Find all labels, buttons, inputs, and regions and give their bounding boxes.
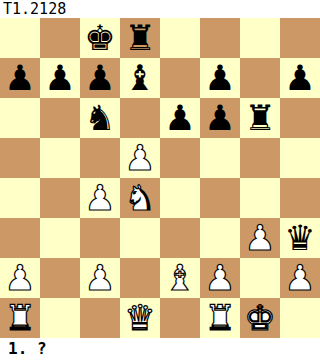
square-d5[interactable]: ♟ <box>120 138 160 178</box>
white-knight[interactable]: ♞ <box>124 178 155 218</box>
square-g3[interactable]: ♟ <box>240 218 280 258</box>
square-d6[interactable] <box>120 98 160 138</box>
square-g2[interactable] <box>240 258 280 298</box>
square-f8[interactable] <box>200 18 240 58</box>
square-h7[interactable]: ♟ <box>280 58 320 98</box>
square-b2[interactable] <box>40 258 80 298</box>
square-g6[interactable]: ♜ <box>240 98 280 138</box>
black-bishop[interactable]: ♝ <box>124 58 155 98</box>
black-pawn[interactable]: ♟ <box>204 98 235 138</box>
square-e8[interactable] <box>160 18 200 58</box>
square-b5[interactable] <box>40 138 80 178</box>
square-g1[interactable]: ♚ <box>240 298 280 338</box>
square-f4[interactable] <box>200 178 240 218</box>
square-c4[interactable]: ♟ <box>80 178 120 218</box>
square-g8[interactable] <box>240 18 280 58</box>
square-f7[interactable]: ♟ <box>200 58 240 98</box>
square-f1[interactable]: ♜ <box>200 298 240 338</box>
square-d3[interactable] <box>120 218 160 258</box>
black-pawn[interactable]: ♟ <box>204 58 235 98</box>
square-e5[interactable] <box>160 138 200 178</box>
square-a8[interactable] <box>0 18 40 58</box>
square-c5[interactable] <box>80 138 120 178</box>
square-h5[interactable] <box>280 138 320 178</box>
square-f2[interactable]: ♟ <box>200 258 240 298</box>
square-a7[interactable]: ♟ <box>0 58 40 98</box>
square-d2[interactable] <box>120 258 160 298</box>
puzzle-id: T1.2128 <box>0 0 320 18</box>
square-a4[interactable] <box>0 178 40 218</box>
black-pawn[interactable]: ♟ <box>84 58 115 98</box>
square-b1[interactable] <box>40 298 80 338</box>
white-rook[interactable]: ♜ <box>204 298 235 338</box>
square-e6[interactable]: ♟ <box>160 98 200 138</box>
square-d8[interactable]: ♜ <box>120 18 160 58</box>
square-h6[interactable] <box>280 98 320 138</box>
black-pawn[interactable]: ♟ <box>4 58 35 98</box>
square-c8[interactable]: ♚ <box>80 18 120 58</box>
square-h4[interactable] <box>280 178 320 218</box>
square-a6[interactable] <box>0 98 40 138</box>
white-pawn[interactable]: ♟ <box>84 178 115 218</box>
square-e1[interactable] <box>160 298 200 338</box>
black-pawn[interactable]: ♟ <box>164 98 195 138</box>
black-rook[interactable]: ♜ <box>124 18 155 58</box>
square-d7[interactable]: ♝ <box>120 58 160 98</box>
white-pawn[interactable]: ♟ <box>244 218 275 258</box>
square-c7[interactable]: ♟ <box>80 58 120 98</box>
square-f6[interactable]: ♟ <box>200 98 240 138</box>
square-f3[interactable] <box>200 218 240 258</box>
square-b3[interactable] <box>40 218 80 258</box>
black-pawn[interactable]: ♟ <box>284 58 315 98</box>
square-b4[interactable] <box>40 178 80 218</box>
white-pawn[interactable]: ♟ <box>204 258 235 298</box>
black-king[interactable]: ♚ <box>84 18 115 58</box>
square-c3[interactable] <box>80 218 120 258</box>
chess-board: ♚♜♟♟♟♝♟♟♞♟♟♜♟♟♞♟♛♟♟♝♟♟♜♛♜♚ <box>0 18 320 338</box>
black-rook[interactable]: ♜ <box>244 98 275 138</box>
white-pawn[interactable]: ♟ <box>284 258 315 298</box>
square-b7[interactable]: ♟ <box>40 58 80 98</box>
square-e2[interactable]: ♝ <box>160 258 200 298</box>
square-c2[interactable]: ♟ <box>80 258 120 298</box>
square-g7[interactable] <box>240 58 280 98</box>
square-d4[interactable]: ♞ <box>120 178 160 218</box>
white-king[interactable]: ♚ <box>244 298 275 338</box>
square-a2[interactable]: ♟ <box>0 258 40 298</box>
move-prompt: 1. ? <box>0 338 320 360</box>
white-queen[interactable]: ♛ <box>124 298 155 338</box>
white-pawn[interactable]: ♟ <box>124 138 155 178</box>
square-a5[interactable] <box>0 138 40 178</box>
square-b8[interactable] <box>40 18 80 58</box>
square-h3[interactable]: ♛ <box>280 218 320 258</box>
square-h1[interactable] <box>280 298 320 338</box>
square-e3[interactable] <box>160 218 200 258</box>
square-a1[interactable]: ♜ <box>0 298 40 338</box>
square-f5[interactable] <box>200 138 240 178</box>
white-pawn[interactable]: ♟ <box>84 258 115 298</box>
square-a3[interactable] <box>0 218 40 258</box>
square-e7[interactable] <box>160 58 200 98</box>
square-h2[interactable]: ♟ <box>280 258 320 298</box>
black-queen[interactable]: ♛ <box>284 218 315 258</box>
white-bishop[interactable]: ♝ <box>164 258 195 298</box>
black-knight[interactable]: ♞ <box>84 98 115 138</box>
square-g5[interactable] <box>240 138 280 178</box>
white-pawn[interactable]: ♟ <box>4 258 35 298</box>
black-pawn[interactable]: ♟ <box>44 58 75 98</box>
square-e4[interactable] <box>160 178 200 218</box>
square-c1[interactable] <box>80 298 120 338</box>
square-h8[interactable] <box>280 18 320 58</box>
white-rook[interactable]: ♜ <box>4 298 35 338</box>
square-c6[interactable]: ♞ <box>80 98 120 138</box>
square-d1[interactable]: ♛ <box>120 298 160 338</box>
square-g4[interactable] <box>240 178 280 218</box>
square-b6[interactable] <box>40 98 80 138</box>
